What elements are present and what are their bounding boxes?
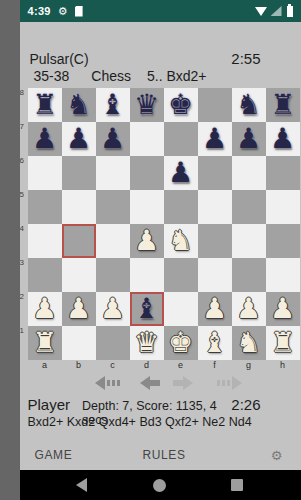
piece-black-pawn: ♟ xyxy=(202,122,227,156)
move-range: 35-38 xyxy=(34,68,70,86)
square-d1[interactable]: ♛ xyxy=(130,326,164,360)
piece-black-pawn: ♟ xyxy=(100,122,125,156)
piece-white-rook: ♜ xyxy=(32,326,57,360)
square-f1[interactable]: ♝ xyxy=(198,326,232,360)
square-b4[interactable] xyxy=(62,224,96,258)
gear-icon: ⚙ xyxy=(58,6,68,17)
square-e7[interactable] xyxy=(164,122,198,156)
square-c3[interactable] xyxy=(96,258,130,292)
rank-label-3: 3 xyxy=(20,258,28,292)
piece-white-king: ♚ xyxy=(168,326,193,360)
square-d6[interactable] xyxy=(130,156,164,190)
file-label-b: b xyxy=(62,360,96,370)
step-forward-button[interactable] xyxy=(173,376,193,390)
square-h1[interactable]: ♜ xyxy=(266,326,300,360)
square-a4[interactable] xyxy=(28,224,62,258)
jump-to-start-button[interactable] xyxy=(95,376,120,390)
piece-white-knight: ♞ xyxy=(168,224,193,258)
rank-label-5: 5 xyxy=(20,190,28,224)
piece-white-knight: ♞ xyxy=(236,326,261,360)
square-f7[interactable]: ♟ xyxy=(198,122,232,156)
square-f6[interactable] xyxy=(198,156,232,190)
square-c1[interactable] xyxy=(96,326,130,360)
recents-button[interactable] xyxy=(222,470,252,500)
square-d5[interactable] xyxy=(130,190,164,224)
rank-label-2: 2 xyxy=(20,292,28,326)
file-label-g: g xyxy=(232,360,266,370)
game-type: Chess xyxy=(91,68,131,86)
app-menu: GAME RULES ⚙ xyxy=(20,440,301,470)
piece-white-pawn: ♟ xyxy=(134,224,159,258)
square-d8[interactable]: ♛ xyxy=(130,88,164,122)
file-labels: abcdefgh xyxy=(28,360,301,370)
battery-icon xyxy=(287,6,293,17)
engine-clock: 2:55 xyxy=(231,50,260,67)
square-e2[interactable] xyxy=(164,292,198,326)
square-f4[interactable] xyxy=(198,224,232,258)
jump-back-icon xyxy=(95,376,105,390)
signal-icon xyxy=(271,6,282,16)
piece-black-pawn: ♟ xyxy=(32,122,57,156)
square-c8[interactable]: ♝ xyxy=(96,88,130,122)
square-d4[interactable]: ♟ xyxy=(130,224,164,258)
step-back-icon xyxy=(140,376,150,390)
piece-white-pawn: ♟ xyxy=(236,292,261,326)
wifi-icon xyxy=(255,7,267,16)
game-menu-button[interactable]: GAME xyxy=(35,448,73,462)
square-e6[interactable]: ♟ xyxy=(164,156,198,190)
engine-name: Pulsar(C) xyxy=(30,51,89,67)
square-e5[interactable] xyxy=(164,190,198,224)
square-g1[interactable]: ♞ xyxy=(232,326,266,360)
square-a2[interactable]: ♟ xyxy=(28,292,62,326)
rank-label-8: 8 xyxy=(20,88,28,122)
square-c5[interactable] xyxy=(96,190,130,224)
square-d7[interactable] xyxy=(130,122,164,156)
square-f5[interactable] xyxy=(198,190,232,224)
square-b7[interactable]: ♟ xyxy=(62,122,96,156)
home-icon xyxy=(153,479,166,492)
square-a8[interactable]: ♜ xyxy=(28,88,62,122)
square-h8[interactable]: ♜ xyxy=(266,88,300,122)
square-g7[interactable]: ♟ xyxy=(232,122,266,156)
piece-black-rook: ♜ xyxy=(32,88,57,122)
piece-black-pawn: ♟ xyxy=(168,156,193,190)
file-label-e: e xyxy=(164,360,198,370)
file-label-a: a xyxy=(28,360,62,370)
square-a7[interactable]: ♟ xyxy=(28,122,62,156)
piece-black-pawn: ♟ xyxy=(66,122,91,156)
back-icon xyxy=(76,478,87,492)
piece-black-bishop: ♝ xyxy=(134,292,159,326)
square-a6[interactable] xyxy=(28,156,62,190)
piece-white-pawn: ♟ xyxy=(202,292,227,326)
square-h7[interactable]: ♟ xyxy=(266,122,300,156)
square-h5[interactable] xyxy=(266,190,300,224)
file-label-c: c xyxy=(96,360,130,370)
rank-label-1: 1 xyxy=(20,326,28,360)
square-b8[interactable]: ♞ xyxy=(62,88,96,122)
square-h2[interactable]: ♟ xyxy=(266,292,300,326)
step-forward-icon xyxy=(183,376,193,390)
square-g4[interactable] xyxy=(232,224,266,258)
square-b2[interactable]: ♟ xyxy=(62,292,96,326)
square-b3[interactable] xyxy=(62,258,96,292)
square-c7[interactable]: ♟ xyxy=(96,122,130,156)
rank-labels: 87654321 xyxy=(20,88,28,360)
recents-icon xyxy=(231,479,243,491)
header-spacer xyxy=(20,22,301,50)
square-e8[interactable]: ♚ xyxy=(164,88,198,122)
player-clock: 2:26 xyxy=(231,396,260,413)
player-label: Player xyxy=(28,396,71,413)
square-b5[interactable] xyxy=(62,190,96,224)
jump-to-end-icon xyxy=(232,376,242,390)
square-h3[interactable] xyxy=(266,258,300,292)
file-label-h: h xyxy=(266,360,300,370)
square-g8[interactable]: ♞ xyxy=(232,88,266,122)
home-button[interactable] xyxy=(145,470,175,500)
square-g6[interactable] xyxy=(232,156,266,190)
analysis-line: Bxd2+ Kxd2 Qxd4+ Bd3 Qxf2+ Ne2 Nd4 xyxy=(20,414,301,430)
last-move-label: 5.. Bxd2+ xyxy=(147,68,207,86)
settings-gear-icon[interactable]: ⚙ xyxy=(271,448,283,463)
jump-to-end-button[interactable] xyxy=(217,376,242,390)
back-button[interactable] xyxy=(67,470,97,500)
square-e1[interactable]: ♚ xyxy=(164,326,198,360)
piece-black-queen: ♛ xyxy=(134,88,159,122)
square-e4[interactable]: ♞ xyxy=(164,224,198,258)
rules-menu-button[interactable]: RULES xyxy=(143,448,186,462)
square-g5[interactable] xyxy=(232,190,266,224)
square-b1[interactable] xyxy=(62,326,96,360)
piece-black-knight: ♞ xyxy=(66,88,91,122)
file-label-d: d xyxy=(130,360,164,370)
piece-white-pawn: ♟ xyxy=(66,292,91,326)
piece-white-pawn: ♟ xyxy=(32,292,57,326)
status-bar: 4:39 ⚙ xyxy=(20,0,301,22)
square-c2[interactable]: ♟ xyxy=(96,292,130,326)
square-d3[interactable] xyxy=(130,258,164,292)
app-screen: 4:39 ⚙ Pulsar(C) 2:55 35-38 Chess 5.. Bx… xyxy=(20,0,301,500)
piece-black-rook: ♜ xyxy=(270,88,295,122)
android-nav-bar xyxy=(20,470,301,500)
file-label-f: f xyxy=(198,360,232,370)
square-h4[interactable] xyxy=(266,224,300,258)
move-nav-arrows xyxy=(20,373,301,393)
piece-white-queen: ♛ xyxy=(134,326,159,360)
rank-label-4: 4 xyxy=(20,224,28,258)
square-h6[interactable] xyxy=(266,156,300,190)
piece-black-pawn: ♟ xyxy=(270,122,295,156)
square-g3[interactable] xyxy=(232,258,266,292)
square-b6[interactable] xyxy=(62,156,96,190)
piece-white-bishop: ♝ xyxy=(202,326,227,360)
chess-board: ♜♞♝♛♚♞♜♟♟♟♟♟♟♟♟♞♟♟♟♝♟♟♟♜♛♚♝♞♜ xyxy=(28,88,300,360)
square-f8[interactable] xyxy=(198,88,232,122)
square-c4[interactable] xyxy=(96,224,130,258)
rank-label-6: 6 xyxy=(20,156,28,190)
square-f2[interactable]: ♟ xyxy=(198,292,232,326)
square-a1[interactable]: ♜ xyxy=(28,326,62,360)
square-a3[interactable] xyxy=(28,258,62,292)
status-time: 4:39 xyxy=(28,5,51,17)
square-e3[interactable] xyxy=(164,258,198,292)
sd-card-icon xyxy=(75,6,83,17)
square-f3[interactable] xyxy=(198,258,232,292)
piece-white-pawn: ♟ xyxy=(100,292,125,326)
piece-black-knight: ♞ xyxy=(236,88,261,122)
square-a5[interactable] xyxy=(28,190,62,224)
rank-label-7: 7 xyxy=(20,122,28,156)
square-d2[interactable]: ♝ xyxy=(130,292,164,326)
square-g2[interactable]: ♟ xyxy=(232,292,266,326)
square-c6[interactable] xyxy=(96,156,130,190)
piece-black-pawn: ♟ xyxy=(236,122,261,156)
piece-black-king: ♚ xyxy=(168,88,193,122)
piece-black-bishop: ♝ xyxy=(100,88,125,122)
piece-white-pawn: ♟ xyxy=(270,292,295,326)
piece-white-rook: ♜ xyxy=(270,326,295,360)
step-back-button[interactable] xyxy=(140,376,160,390)
board-area: 87654321 ♜♞♝♛♚♞♜♟♟♟♟♟♟♟♟♞♟♟♟♝♟♟♟♜♛♚♝♞♜ xyxy=(20,88,301,360)
